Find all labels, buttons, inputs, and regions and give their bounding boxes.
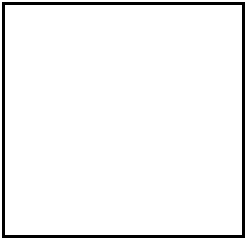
sudoku-board — [2, 2, 245, 238]
sudoku-screenshot — [0, 0, 249, 242]
